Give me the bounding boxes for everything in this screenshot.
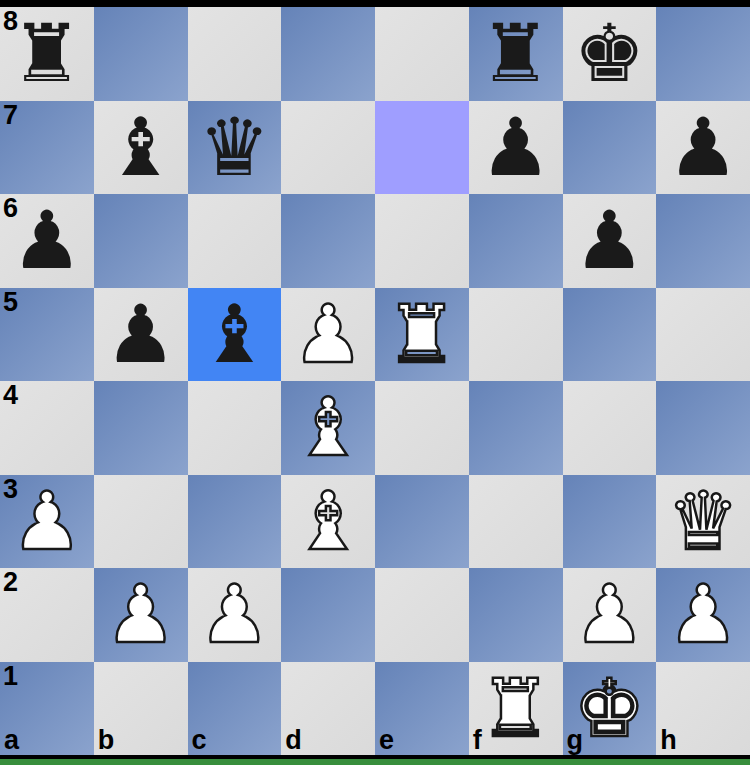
square-g8[interactable]: ♚ xyxy=(563,7,657,101)
square-b4[interactable] xyxy=(94,381,188,475)
rank-label-3: 3 xyxy=(3,476,18,503)
file-label-c: c xyxy=(192,727,207,754)
square-f5[interactable] xyxy=(469,288,563,382)
square-d5[interactable]: ♟ xyxy=(281,288,375,382)
file-label-g: g xyxy=(567,727,584,754)
white-pawn-d5[interactable]: ♟ xyxy=(292,288,364,381)
square-c1[interactable]: c xyxy=(188,662,282,756)
square-g1[interactable]: g♚ xyxy=(563,662,657,756)
file-label-f: f xyxy=(473,727,482,754)
square-g6[interactable]: ♟ xyxy=(563,194,657,288)
black-pawn-g6[interactable]: ♟ xyxy=(574,194,646,287)
chess-app-frame: 8♜♜♚7♝♛♟♟6♟♟5♟♝♟♜4♝3♟♝♛2♟♟♟♟1abcdef♜g♚h xyxy=(0,0,750,765)
square-d8[interactable] xyxy=(281,7,375,101)
square-g4[interactable] xyxy=(563,381,657,475)
black-pawn-f7[interactable]: ♟ xyxy=(480,101,552,194)
rank-label-6: 6 xyxy=(3,195,18,222)
white-king-g1[interactable]: ♚ xyxy=(574,662,646,755)
square-h4[interactable] xyxy=(656,381,750,475)
square-e6[interactable] xyxy=(375,194,469,288)
rank-label-8: 8 xyxy=(3,8,18,35)
top-border-bar xyxy=(0,0,750,7)
square-c5[interactable]: ♝ xyxy=(188,288,282,382)
black-queen-c7[interactable]: ♛ xyxy=(199,101,271,194)
square-h3[interactable]: ♛ xyxy=(656,475,750,569)
square-b1[interactable]: b xyxy=(94,662,188,756)
white-rook-e5[interactable]: ♜ xyxy=(386,288,458,381)
square-g2[interactable]: ♟ xyxy=(563,568,657,662)
rank-label-2: 2 xyxy=(3,569,18,596)
square-d3[interactable]: ♝ xyxy=(281,475,375,569)
square-c7[interactable]: ♛ xyxy=(188,101,282,195)
square-d7[interactable] xyxy=(281,101,375,195)
black-rook-a8[interactable]: ♜ xyxy=(11,7,83,100)
chess-board: 8♜♜♚7♝♛♟♟6♟♟5♟♝♟♜4♝3♟♝♛2♟♟♟♟1abcdef♜g♚h xyxy=(0,7,750,755)
square-d1[interactable]: d xyxy=(281,662,375,756)
square-f2[interactable] xyxy=(469,568,563,662)
white-queen-h3[interactable]: ♛ xyxy=(667,475,739,568)
square-a6[interactable]: 6♟ xyxy=(0,194,94,288)
white-bishop-d4[interactable]: ♝ xyxy=(292,381,364,474)
white-pawn-a3[interactable]: ♟ xyxy=(11,475,83,568)
square-a1[interactable]: 1a xyxy=(0,662,94,756)
square-f7[interactable]: ♟ xyxy=(469,101,563,195)
square-b2[interactable]: ♟ xyxy=(94,568,188,662)
square-e8[interactable] xyxy=(375,7,469,101)
square-h5[interactable] xyxy=(656,288,750,382)
square-c3[interactable] xyxy=(188,475,282,569)
rank-label-1: 1 xyxy=(3,663,18,690)
square-g7[interactable] xyxy=(563,101,657,195)
square-e5[interactable]: ♜ xyxy=(375,288,469,382)
square-b7[interactable]: ♝ xyxy=(94,101,188,195)
square-e3[interactable] xyxy=(375,475,469,569)
square-d6[interactable] xyxy=(281,194,375,288)
square-a2[interactable]: 2 xyxy=(0,568,94,662)
square-b3[interactable] xyxy=(94,475,188,569)
square-e1[interactable]: e xyxy=(375,662,469,756)
file-label-b: b xyxy=(98,727,115,754)
square-c2[interactable]: ♟ xyxy=(188,568,282,662)
square-b8[interactable] xyxy=(94,7,188,101)
square-b6[interactable] xyxy=(94,194,188,288)
file-label-a: a xyxy=(4,727,19,754)
white-pawn-h2[interactable]: ♟ xyxy=(667,568,739,661)
square-a7[interactable]: 7 xyxy=(0,101,94,195)
white-pawn-b2[interactable]: ♟ xyxy=(105,568,177,661)
square-e2[interactable] xyxy=(375,568,469,662)
square-h2[interactable]: ♟ xyxy=(656,568,750,662)
status-bar-green xyxy=(0,759,750,765)
square-f4[interactable] xyxy=(469,381,563,475)
square-f8[interactable]: ♜ xyxy=(469,7,563,101)
file-label-h: h xyxy=(660,727,677,754)
square-a8[interactable]: 8♜ xyxy=(0,7,94,101)
black-bishop-c5[interactable]: ♝ xyxy=(199,288,271,381)
square-h7[interactable]: ♟ xyxy=(656,101,750,195)
black-pawn-b5[interactable]: ♟ xyxy=(105,288,177,381)
square-f1[interactable]: f♜ xyxy=(469,662,563,756)
square-g3[interactable] xyxy=(563,475,657,569)
rank-label-5: 5 xyxy=(3,289,18,316)
square-f6[interactable] xyxy=(469,194,563,288)
square-h8[interactable] xyxy=(656,7,750,101)
square-a5[interactable]: 5 xyxy=(0,288,94,382)
black-king-g8[interactable]: ♚ xyxy=(574,7,646,100)
rank-label-7: 7 xyxy=(3,102,18,129)
black-rook-f8[interactable]: ♜ xyxy=(480,7,552,100)
square-a3[interactable]: 3♟ xyxy=(0,475,94,569)
square-f3[interactable] xyxy=(469,475,563,569)
square-e7[interactable] xyxy=(375,101,469,195)
square-c6[interactable] xyxy=(188,194,282,288)
square-g5[interactable] xyxy=(563,288,657,382)
black-bishop-b7[interactable]: ♝ xyxy=(105,101,177,194)
square-e4[interactable] xyxy=(375,381,469,475)
square-h6[interactable] xyxy=(656,194,750,288)
file-label-e: e xyxy=(379,727,394,754)
square-d2[interactable] xyxy=(281,568,375,662)
white-pawn-g2[interactable]: ♟ xyxy=(574,568,646,661)
file-label-d: d xyxy=(285,727,302,754)
square-c4[interactable] xyxy=(188,381,282,475)
square-h1[interactable]: h xyxy=(656,662,750,756)
black-pawn-a6[interactable]: ♟ xyxy=(11,194,83,287)
square-d4[interactable]: ♝ xyxy=(281,381,375,475)
white-rook-f1[interactable]: ♜ xyxy=(480,662,552,755)
rank-label-4: 4 xyxy=(3,382,18,409)
square-a4[interactable]: 4 xyxy=(0,381,94,475)
square-b5[interactable]: ♟ xyxy=(94,288,188,382)
black-pawn-h7[interactable]: ♟ xyxy=(667,101,739,194)
square-c8[interactable] xyxy=(188,7,282,101)
white-bishop-d3[interactable]: ♝ xyxy=(292,475,364,568)
white-pawn-c2[interactable]: ♟ xyxy=(199,568,271,661)
